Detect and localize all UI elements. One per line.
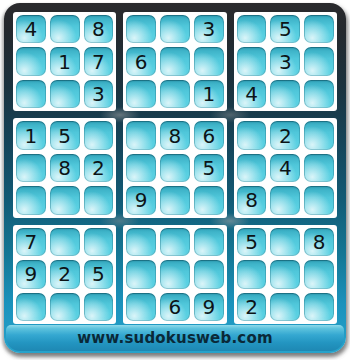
cell-r8c4[interactable]: [126, 260, 156, 288]
cell-r2c4[interactable]: 6: [126, 47, 156, 75]
sudoku-box-8: 69: [123, 225, 226, 324]
cell-r9c7[interactable]: 2: [237, 293, 267, 321]
cell-r8c1[interactable]: 9: [16, 260, 46, 288]
cell-r1c8[interactable]: 5: [270, 15, 300, 43]
cell-r5c1[interactable]: [16, 154, 46, 182]
cell-r8c8[interactable]: [270, 260, 300, 288]
sudoku-box-9: 582: [234, 225, 337, 324]
cell-r5c9[interactable]: [304, 154, 334, 182]
sudoku-box-6: 248: [234, 118, 337, 217]
cell-r9c3[interactable]: [84, 293, 114, 321]
cell-r3c7[interactable]: 4: [237, 80, 267, 108]
cell-r1c1[interactable]: 4: [16, 15, 46, 43]
cell-r8c9[interactable]: [304, 260, 334, 288]
cell-r9c2[interactable]: [50, 293, 80, 321]
sudoku-box-7: 7925: [13, 225, 116, 324]
cell-r4c4[interactable]: [126, 121, 156, 149]
cell-r7c9[interactable]: 8: [304, 228, 334, 256]
cell-r4c5[interactable]: 8: [160, 121, 190, 149]
cell-r7c5[interactable]: [160, 228, 190, 256]
board-frame: 4817336153415828659248792569582 www.sudo…: [4, 3, 346, 353]
website-url: www.sudokusweb.com: [77, 329, 272, 347]
cell-r9c8[interactable]: [270, 293, 300, 321]
cell-r6c9[interactable]: [304, 186, 334, 214]
cell-r6c1[interactable]: [16, 186, 46, 214]
cell-r3c2[interactable]: [50, 80, 80, 108]
cell-r4c8[interactable]: 2: [270, 121, 300, 149]
cell-r2c2[interactable]: 1: [50, 47, 80, 75]
cell-r3c6[interactable]: 1: [194, 80, 224, 108]
cell-r1c7[interactable]: [237, 15, 267, 43]
sudoku-box-1: 48173: [13, 12, 116, 111]
sudoku-box-5: 8659: [123, 118, 226, 217]
cell-r9c6[interactable]: 9: [194, 293, 224, 321]
cell-r6c6[interactable]: [194, 186, 224, 214]
cell-r5c3[interactable]: 2: [84, 154, 114, 182]
cell-r2c3[interactable]: 7: [84, 47, 114, 75]
footer-bar: www.sudokusweb.com: [6, 325, 344, 351]
cell-r3c9[interactable]: [304, 80, 334, 108]
cell-r3c1[interactable]: [16, 80, 46, 108]
sudoku-box-4: 1582: [13, 118, 116, 217]
cell-r8c3[interactable]: 5: [84, 260, 114, 288]
cell-r6c4[interactable]: 9: [126, 186, 156, 214]
cell-r4c9[interactable]: [304, 121, 334, 149]
cell-r5c5[interactable]: [160, 154, 190, 182]
cell-r7c3[interactable]: [84, 228, 114, 256]
cell-r1c3[interactable]: 8: [84, 15, 114, 43]
cell-r6c8[interactable]: [270, 186, 300, 214]
cell-r2c5[interactable]: [160, 47, 190, 75]
cell-r4c1[interactable]: 1: [16, 121, 46, 149]
cell-r6c3[interactable]: [84, 186, 114, 214]
cell-r2c6[interactable]: [194, 47, 224, 75]
cell-r7c8[interactable]: [270, 228, 300, 256]
cell-r3c8[interactable]: [270, 80, 300, 108]
cell-r5c4[interactable]: [126, 154, 156, 182]
cell-r4c2[interactable]: 5: [50, 121, 80, 149]
sudoku-box-3: 534: [234, 12, 337, 111]
cell-r6c7[interactable]: 8: [237, 186, 267, 214]
cell-r7c1[interactable]: 7: [16, 228, 46, 256]
cell-r6c2[interactable]: [50, 186, 80, 214]
cell-r7c4[interactable]: [126, 228, 156, 256]
cell-r5c6[interactable]: 5: [194, 154, 224, 182]
cell-r4c7[interactable]: [237, 121, 267, 149]
cell-r9c5[interactable]: 6: [160, 293, 190, 321]
cell-r8c2[interactable]: 2: [50, 260, 80, 288]
cell-r5c8[interactable]: 4: [270, 154, 300, 182]
cell-r3c4[interactable]: [126, 80, 156, 108]
cell-r9c1[interactable]: [16, 293, 46, 321]
cell-r4c3[interactable]: [84, 121, 114, 149]
cell-r7c7[interactable]: 5: [237, 228, 267, 256]
cell-r3c3[interactable]: 3: [84, 80, 114, 108]
cell-r1c9[interactable]: [304, 15, 334, 43]
cell-r7c6[interactable]: [194, 228, 224, 256]
cell-r2c1[interactable]: [16, 47, 46, 75]
cell-r8c5[interactable]: [160, 260, 190, 288]
cell-r4c6[interactable]: 6: [194, 121, 224, 149]
sudoku-box-2: 361: [123, 12, 226, 111]
cell-r5c7[interactable]: [237, 154, 267, 182]
cell-r6c5[interactable]: [160, 186, 190, 214]
cell-r2c9[interactable]: [304, 47, 334, 75]
cell-r3c5[interactable]: [160, 80, 190, 108]
sudoku-screenshot: 4817336153415828659248792569582 www.sudo…: [0, 0, 350, 360]
cell-r5c2[interactable]: 8: [50, 154, 80, 182]
cell-r1c6[interactable]: 3: [194, 15, 224, 43]
cell-r9c4[interactable]: [126, 293, 156, 321]
cell-r1c4[interactable]: [126, 15, 156, 43]
cell-r2c8[interactable]: 3: [270, 47, 300, 75]
cell-r1c5[interactable]: [160, 15, 190, 43]
cell-r8c7[interactable]: [237, 260, 267, 288]
cell-r7c2[interactable]: [50, 228, 80, 256]
sudoku-grid: 4817336153415828659248792569582: [13, 12, 337, 324]
cell-r2c7[interactable]: [237, 47, 267, 75]
cell-r1c2[interactable]: [50, 15, 80, 43]
cell-r8c6[interactable]: [194, 260, 224, 288]
cell-r9c9[interactable]: [304, 293, 334, 321]
